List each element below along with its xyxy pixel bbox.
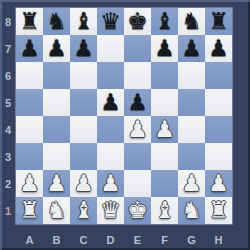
square-e4: ♟ bbox=[124, 116, 151, 143]
square-f8: ♝ bbox=[151, 8, 178, 35]
black-knight-icon: ♞ bbox=[46, 10, 67, 33]
square-b5 bbox=[43, 89, 70, 116]
square-c5 bbox=[70, 89, 97, 116]
white-knight-icon: ♞ bbox=[181, 199, 202, 222]
square-g5 bbox=[178, 89, 205, 116]
square-g3 bbox=[178, 143, 205, 170]
square-d2: ♟ bbox=[97, 170, 124, 197]
square-g1: ♞ bbox=[178, 197, 205, 224]
square-b8: ♞ bbox=[43, 8, 70, 35]
black-knight-icon: ♞ bbox=[181, 10, 202, 33]
black-pawn-icon: ♟ bbox=[208, 37, 229, 60]
square-h6 bbox=[205, 62, 232, 89]
square-g2: ♟ bbox=[178, 170, 205, 197]
square-e8: ♚ bbox=[124, 8, 151, 35]
rank-label-7: 7 bbox=[0, 35, 16, 62]
white-pawn-icon: ♟ bbox=[208, 172, 229, 195]
square-h7: ♟ bbox=[205, 35, 232, 62]
rank-label-8: 8 bbox=[0, 8, 16, 35]
white-pawn-icon: ♟ bbox=[46, 172, 67, 195]
rank-label-2: 2 bbox=[0, 170, 16, 197]
square-f2 bbox=[151, 170, 178, 197]
white-king-icon: ♚ bbox=[127, 199, 148, 222]
white-knight-icon: ♞ bbox=[46, 199, 67, 222]
square-c6 bbox=[70, 62, 97, 89]
square-h5 bbox=[205, 89, 232, 116]
black-pawn-icon: ♟ bbox=[19, 37, 40, 60]
square-h1: ♜ bbox=[205, 197, 232, 224]
black-pawn-icon: ♟ bbox=[73, 37, 94, 60]
square-h3 bbox=[205, 143, 232, 170]
file-label-h: H bbox=[205, 232, 232, 248]
black-pawn-icon: ♟ bbox=[46, 37, 67, 60]
square-e2 bbox=[124, 170, 151, 197]
file-labels: ABCDEFGH bbox=[16, 232, 232, 248]
square-c8: ♝ bbox=[70, 8, 97, 35]
square-g7: ♟ bbox=[178, 35, 205, 62]
black-rook-icon: ♜ bbox=[208, 10, 229, 33]
white-pawn-icon: ♟ bbox=[73, 172, 94, 195]
file-label-g: G bbox=[178, 232, 205, 248]
square-e5: ♟ bbox=[124, 89, 151, 116]
square-h8: ♜ bbox=[205, 8, 232, 35]
black-king-icon: ♚ bbox=[127, 10, 148, 33]
square-b4 bbox=[43, 116, 70, 143]
white-pawn-icon: ♟ bbox=[127, 118, 148, 141]
file-label-b: B bbox=[43, 232, 70, 248]
square-c4 bbox=[70, 116, 97, 143]
white-bishop-icon: ♝ bbox=[73, 199, 94, 222]
square-a1: ♜ bbox=[16, 197, 43, 224]
square-f7: ♟ bbox=[151, 35, 178, 62]
square-b3 bbox=[43, 143, 70, 170]
file-label-d: D bbox=[97, 232, 124, 248]
square-f6 bbox=[151, 62, 178, 89]
square-b6 bbox=[43, 62, 70, 89]
square-e1: ♚ bbox=[124, 197, 151, 224]
square-b2: ♟ bbox=[43, 170, 70, 197]
square-d4 bbox=[97, 116, 124, 143]
white-queen-icon: ♛ bbox=[100, 199, 121, 222]
square-e3 bbox=[124, 143, 151, 170]
white-rook-icon: ♜ bbox=[19, 199, 40, 222]
square-d8: ♛ bbox=[97, 8, 124, 35]
black-queen-icon: ♛ bbox=[100, 10, 121, 33]
square-a4 bbox=[16, 116, 43, 143]
square-g8: ♞ bbox=[178, 8, 205, 35]
black-pawn-icon: ♟ bbox=[100, 91, 121, 114]
square-c1: ♝ bbox=[70, 197, 97, 224]
rank-label-6: 6 bbox=[0, 62, 16, 89]
file-label-f: F bbox=[151, 232, 178, 248]
rank-label-5: 5 bbox=[0, 89, 16, 116]
square-a2: ♟ bbox=[16, 170, 43, 197]
square-b1: ♞ bbox=[43, 197, 70, 224]
square-d7 bbox=[97, 35, 124, 62]
black-bishop-icon: ♝ bbox=[73, 10, 94, 33]
square-h4 bbox=[205, 116, 232, 143]
square-d1: ♛ bbox=[97, 197, 124, 224]
square-c2: ♟ bbox=[70, 170, 97, 197]
rank-labels: 87654321 bbox=[0, 8, 16, 224]
square-g6 bbox=[178, 62, 205, 89]
black-pawn-icon: ♟ bbox=[181, 37, 202, 60]
rank-label-3: 3 bbox=[0, 143, 16, 170]
square-e6 bbox=[124, 62, 151, 89]
black-bishop-icon: ♝ bbox=[154, 10, 175, 33]
black-pawn-icon: ♟ bbox=[127, 91, 148, 114]
rank-label-4: 4 bbox=[0, 116, 16, 143]
square-d5: ♟ bbox=[97, 89, 124, 116]
white-pawn-icon: ♟ bbox=[19, 172, 40, 195]
file-label-c: C bbox=[70, 232, 97, 248]
square-f1: ♝ bbox=[151, 197, 178, 224]
square-a6 bbox=[16, 62, 43, 89]
square-b7: ♟ bbox=[43, 35, 70, 62]
white-pawn-icon: ♟ bbox=[181, 172, 202, 195]
square-h2: ♟ bbox=[205, 170, 232, 197]
white-bishop-icon: ♝ bbox=[154, 199, 175, 222]
black-pawn-icon: ♟ bbox=[154, 37, 175, 60]
white-pawn-icon: ♟ bbox=[100, 172, 121, 195]
file-label-e: E bbox=[124, 232, 151, 248]
square-f3 bbox=[151, 143, 178, 170]
square-f4: ♟ bbox=[151, 116, 178, 143]
white-rook-icon: ♜ bbox=[208, 199, 229, 222]
square-g4 bbox=[178, 116, 205, 143]
black-rook-icon: ♜ bbox=[19, 10, 40, 33]
file-label-a: A bbox=[16, 232, 43, 248]
rank-label-1: 1 bbox=[0, 197, 16, 224]
square-f5 bbox=[151, 89, 178, 116]
white-pawn-icon: ♟ bbox=[154, 118, 175, 141]
square-a5 bbox=[16, 89, 43, 116]
square-d6 bbox=[97, 62, 124, 89]
square-a3 bbox=[16, 143, 43, 170]
square-a7: ♟ bbox=[16, 35, 43, 62]
square-c3 bbox=[70, 143, 97, 170]
chess-board: ♜♞♝♛♚♝♞♜♟♟♟♟♟♟♟♟♟♟♟♟♟♟♟♟♜♞♝♛♚♝♞♜ bbox=[16, 8, 232, 224]
square-d3 bbox=[97, 143, 124, 170]
square-c7: ♟ bbox=[70, 35, 97, 62]
square-e7 bbox=[124, 35, 151, 62]
square-a8: ♜ bbox=[16, 8, 43, 35]
chess-diagram: 87654321 ♜♞♝♛♚♝♞♜♟♟♟♟♟♟♟♟♟♟♟♟♟♟♟♟♜♞♝♛♚♝♞… bbox=[0, 0, 250, 250]
